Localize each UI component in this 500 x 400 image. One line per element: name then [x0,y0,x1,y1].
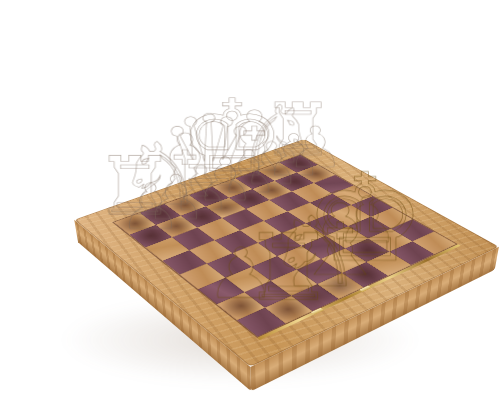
chess-board: ♜♞♝♛♚♝♞♜♟♟♟♟♟♟♟♟♟♟♜♞♝♚ [74,139,499,367]
product-photo-scene: Product photo of a slim olive-wood chess… [0,0,500,400]
square-a7: ♟ [129,225,171,247]
square-b1: ♜ [264,296,312,324]
perspective-wrapper: ♜♞♝♛♚♝♞♜♟♟♟♟♟♟♟♟♟♟♜♞♝♚ [0,0,500,400]
